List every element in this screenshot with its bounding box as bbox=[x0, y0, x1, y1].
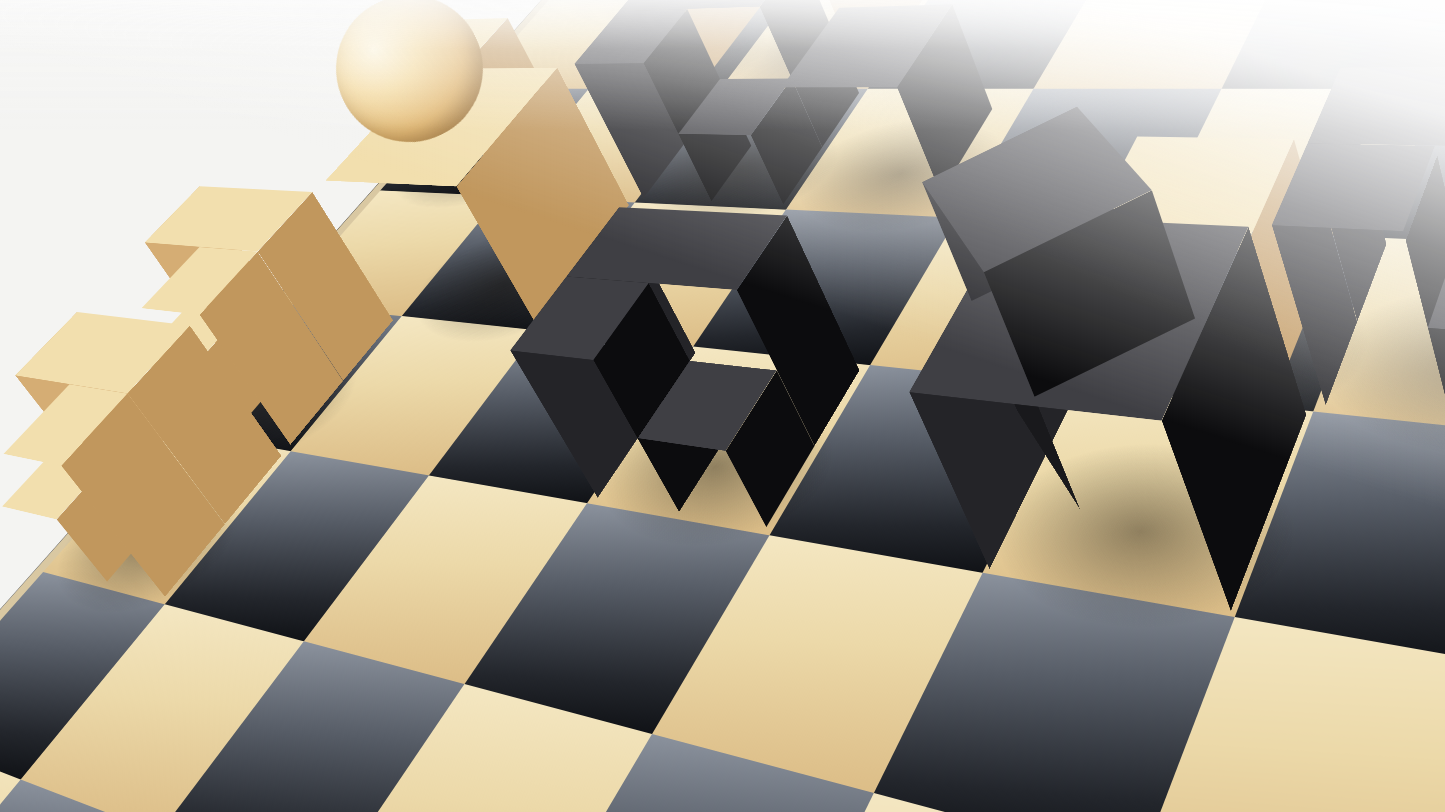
square-b2[interactable] bbox=[0, 779, 160, 812]
piece-black-knight-g6[interactable]: ♞ bbox=[1313, 238, 1445, 441]
photo-stage: ♙♖♙♞♟♕♙♞♘♞♚♘ Bauhaus geometric chess set… bbox=[0, 0, 1445, 812]
camera-roll-wrapper: ♙♖♙♞♟♕♙♞♘♞♚♘ bbox=[40, 0, 1445, 812]
cube-face-top bbox=[1308, 66, 1445, 148]
piece-black-king-f5[interactable]: ♚ bbox=[983, 387, 1314, 618]
chess-board: ♙♖♙♞♟♕♙♞♘♞♚♘ bbox=[0, 0, 1445, 812]
perspective-scene: ♙♖♙♞♟♕♙♞♘♞♚♘ bbox=[40, 0, 1445, 812]
piece-black-knight-d5[interactable]: ♞ bbox=[587, 347, 870, 536]
